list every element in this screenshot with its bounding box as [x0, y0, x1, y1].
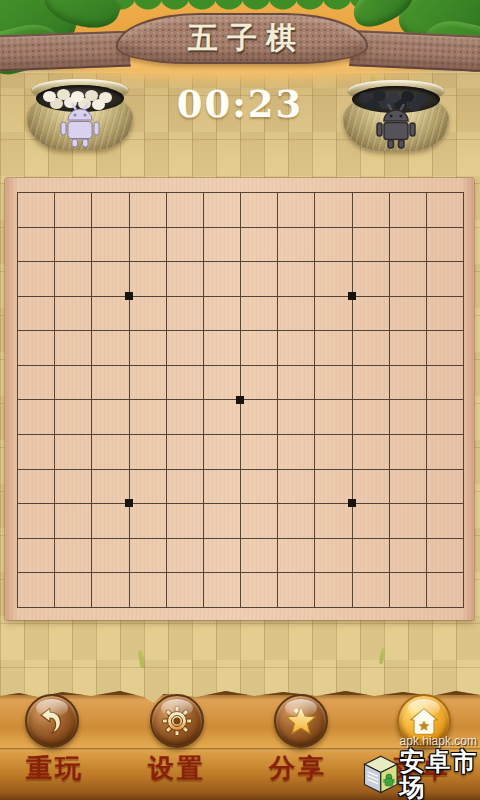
- board-cell[interactable]: [18, 504, 55, 539]
- board-cell[interactable]: [92, 504, 129, 539]
- board-cell[interactable]: [390, 435, 427, 470]
- board-cell[interactable]: [92, 297, 129, 332]
- board-cell[interactable]: [353, 366, 390, 401]
- board-cell[interactable]: [18, 193, 55, 228]
- board-cell[interactable]: [18, 435, 55, 470]
- game-screen: 五子棋 00:23: [0, 0, 480, 800]
- board-cell[interactable]: [241, 366, 278, 401]
- board-cell[interactable]: [130, 470, 167, 505]
- board-cell[interactable]: [390, 470, 427, 505]
- board-cell[interactable]: [390, 366, 427, 401]
- board-cell[interactable]: [18, 262, 55, 297]
- board-cell[interactable]: [315, 262, 352, 297]
- board-cell[interactable]: [92, 193, 129, 228]
- board-cell[interactable]: [427, 435, 464, 470]
- board-cell[interactable]: [427, 366, 464, 401]
- board-cell[interactable]: [18, 539, 55, 574]
- board-cell[interactable]: [18, 400, 55, 435]
- header-banner: 五子棋: [0, 0, 480, 70]
- board-cell[interactable]: [204, 228, 241, 263]
- replay-label[interactable]: 重玩: [0, 751, 115, 786]
- board-cell[interactable]: [167, 400, 204, 435]
- star-icon: [284, 704, 318, 738]
- board-cell[interactable]: [204, 262, 241, 297]
- board-cell[interactable]: [390, 504, 427, 539]
- watermark-name: 安卓市场: [400, 748, 480, 800]
- board-cell[interactable]: [241, 400, 278, 435]
- board-cell[interactable]: [315, 504, 352, 539]
- board-cell[interactable]: [204, 573, 241, 608]
- board-cell[interactable]: [241, 539, 278, 574]
- board-cell[interactable]: [278, 504, 315, 539]
- board-cell[interactable]: [55, 193, 92, 228]
- white-stone-bowl: [27, 79, 133, 151]
- board-cell[interactable]: [130, 193, 167, 228]
- board-cell[interactable]: [315, 331, 352, 366]
- settings-label[interactable]: 设置: [117, 751, 237, 786]
- board-cell[interactable]: [92, 366, 129, 401]
- board-cell[interactable]: [278, 366, 315, 401]
- board-cell[interactable]: [130, 331, 167, 366]
- board-cell[interactable]: [130, 366, 167, 401]
- watermark-url: apk.hiapk.com: [400, 734, 477, 748]
- board-cell[interactable]: [204, 366, 241, 401]
- board-cell[interactable]: [92, 228, 129, 263]
- black-stone-bowl: [343, 80, 449, 152]
- board-cell[interactable]: [204, 470, 241, 505]
- board-cell[interactable]: [427, 262, 464, 297]
- board-cell[interactable]: [167, 470, 204, 505]
- board-cell[interactable]: [427, 470, 464, 505]
- board-cell[interactable]: [241, 331, 278, 366]
- board-cell[interactable]: [278, 435, 315, 470]
- board-cell[interactable]: [278, 297, 315, 332]
- board-cell[interactable]: [55, 435, 92, 470]
- board-cell[interactable]: [278, 400, 315, 435]
- board-cell[interactable]: [315, 366, 352, 401]
- board-cell[interactable]: [315, 435, 352, 470]
- board-cell[interactable]: [390, 193, 427, 228]
- replay-button[interactable]: [25, 694, 79, 748]
- board-cell[interactable]: [315, 193, 352, 228]
- board-cell[interactable]: [427, 400, 464, 435]
- board-cell[interactable]: [315, 228, 352, 263]
- board-cell[interactable]: [18, 331, 55, 366]
- ribbon-left: [0, 31, 131, 72]
- board-cell[interactable]: [427, 228, 464, 263]
- share-label[interactable]: 分享: [238, 751, 358, 786]
- board-cell[interactable]: [55, 539, 92, 574]
- board-cell[interactable]: [55, 400, 92, 435]
- title-plaque: 五子棋: [116, 13, 368, 64]
- board-cell[interactable]: [167, 228, 204, 263]
- board-cell[interactable]: [278, 331, 315, 366]
- watermark-texts: apk.hiapk.com 安卓市场: [400, 734, 480, 800]
- board-cell[interactable]: [92, 262, 129, 297]
- board-cell[interactable]: [241, 193, 278, 228]
- board-cell[interactable]: [55, 262, 92, 297]
- board-cell[interactable]: [167, 331, 204, 366]
- board-cell[interactable]: [427, 297, 464, 332]
- board-cell[interactable]: [353, 262, 390, 297]
- board-cell[interactable]: [353, 504, 390, 539]
- board-cell[interactable]: [353, 470, 390, 505]
- board-cell[interactable]: [55, 366, 92, 401]
- share-button[interactable]: [274, 694, 328, 748]
- board-cell[interactable]: [390, 539, 427, 574]
- board-cell[interactable]: [130, 228, 167, 263]
- board-cell[interactable]: [241, 504, 278, 539]
- board-cell[interactable]: [167, 504, 204, 539]
- board-cell[interactable]: [278, 193, 315, 228]
- board-cell[interactable]: [278, 470, 315, 505]
- home-icon: [408, 705, 440, 737]
- board-cell[interactable]: [55, 297, 92, 332]
- board-cell[interactable]: [278, 539, 315, 574]
- board-cell[interactable]: [204, 331, 241, 366]
- board-cell[interactable]: [130, 400, 167, 435]
- board-cell[interactable]: [315, 539, 352, 574]
- board-cell[interactable]: [390, 573, 427, 608]
- undo-arrow-icon: [36, 705, 68, 737]
- board-cell[interactable]: [18, 573, 55, 608]
- board-cell[interactable]: [204, 435, 241, 470]
- toolbar-torn-edge: [0, 688, 480, 695]
- board-cell[interactable]: [315, 470, 352, 505]
- android-market-watermark: apk.hiapk.com 安卓市场: [363, 745, 480, 800]
- board-cell[interactable]: [167, 366, 204, 401]
- board-cell[interactable]: [204, 193, 241, 228]
- board-cell[interactable]: [130, 504, 167, 539]
- board-cell[interactable]: [167, 435, 204, 470]
- board-cell[interactable]: [18, 297, 55, 332]
- board-cell[interactable]: [241, 470, 278, 505]
- board-cell[interactable]: [353, 400, 390, 435]
- android-robot-icon: [58, 98, 102, 148]
- board-cell[interactable]: [241, 228, 278, 263]
- board-cell[interactable]: [241, 435, 278, 470]
- board-cell[interactable]: [167, 297, 204, 332]
- android-robot-icon: [374, 99, 418, 149]
- board-cell[interactable]: [55, 573, 92, 608]
- vine-decoration: [379, 648, 385, 664]
- board-cell[interactable]: [278, 573, 315, 608]
- board-cell[interactable]: [241, 297, 278, 332]
- board-cell[interactable]: [241, 262, 278, 297]
- vine-decoration: [137, 650, 145, 669]
- settings-button[interactable]: [150, 694, 204, 748]
- board-cell[interactable]: [353, 228, 390, 263]
- board-cell[interactable]: [427, 504, 464, 539]
- board-cell[interactable]: [130, 573, 167, 608]
- board-cell[interactable]: [427, 331, 464, 366]
- board-cell[interactable]: [427, 193, 464, 228]
- board-cell[interactable]: [390, 331, 427, 366]
- board-cell[interactable]: [353, 193, 390, 228]
- board-cell[interactable]: [167, 193, 204, 228]
- board-cell[interactable]: [92, 400, 129, 435]
- board-cell[interactable]: [55, 504, 92, 539]
- android-market-box-icon: [363, 748, 399, 800]
- board-cell[interactable]: [315, 297, 352, 332]
- board-cell[interactable]: [92, 539, 129, 574]
- board-cell[interactable]: [390, 400, 427, 435]
- board-cell[interactable]: [167, 539, 204, 574]
- board-cell[interactable]: [278, 262, 315, 297]
- board-cell[interactable]: [353, 573, 390, 608]
- board-cell[interactable]: [353, 539, 390, 574]
- board-cell[interactable]: [92, 470, 129, 505]
- board-cell[interactable]: [390, 297, 427, 332]
- board-cell[interactable]: [18, 366, 55, 401]
- board-cell[interactable]: [18, 228, 55, 263]
- game-title: 五子棋: [179, 18, 305, 59]
- board-cell[interactable]: [55, 228, 92, 263]
- board-cell[interactable]: [427, 539, 464, 574]
- board-cell[interactable]: [92, 573, 129, 608]
- board-cell[interactable]: [427, 573, 464, 608]
- board-cell[interactable]: [130, 262, 167, 297]
- board-cell[interactable]: [130, 539, 167, 574]
- board-cell[interactable]: [18, 470, 55, 505]
- board-cell[interactable]: [353, 435, 390, 470]
- board-cell[interactable]: [167, 573, 204, 608]
- board-cell[interactable]: [92, 331, 129, 366]
- board-cell[interactable]: [204, 400, 241, 435]
- board-grid: [17, 192, 464, 608]
- board-cell[interactable]: [241, 573, 278, 608]
- board-cell[interactable]: [130, 435, 167, 470]
- board-cell[interactable]: [92, 435, 129, 470]
- gomoku-board[interactable]: [5, 178, 474, 620]
- board-cell[interactable]: [390, 228, 427, 263]
- board-cell[interactable]: [204, 504, 241, 539]
- board-cell[interactable]: [315, 400, 352, 435]
- board-cell[interactable]: [353, 331, 390, 366]
- board-cell[interactable]: [167, 262, 204, 297]
- board-cell[interactable]: [315, 573, 352, 608]
- gear-icon: [161, 705, 193, 737]
- board-cell[interactable]: [390, 262, 427, 297]
- board-cell[interactable]: [353, 297, 390, 332]
- board-cell[interactable]: [204, 297, 241, 332]
- board-cell[interactable]: [55, 331, 92, 366]
- board-cell[interactable]: [55, 470, 92, 505]
- board-cell[interactable]: [130, 297, 167, 332]
- board-cell[interactable]: [204, 539, 241, 574]
- board-cell[interactable]: [278, 228, 315, 263]
- ribbon-right: [349, 30, 480, 72]
